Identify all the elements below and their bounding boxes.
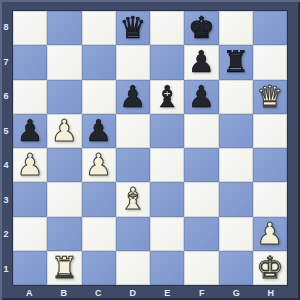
square-d6[interactable]: ♟ — [116, 80, 150, 114]
file-label-a: A — [12, 286, 47, 299]
file-label-e: E — [150, 286, 185, 299]
square-e4[interactable] — [150, 148, 184, 182]
square-f7[interactable]: ♟ — [184, 45, 218, 79]
rank-label-1: 1 — [0, 252, 12, 287]
piece-white-pawn[interactable]: ♟ — [17, 150, 44, 180]
square-d4[interactable] — [116, 148, 150, 182]
square-c7[interactable] — [82, 45, 116, 79]
piece-white-queen[interactable]: ♛ — [256, 82, 283, 112]
file-label-c: C — [81, 286, 116, 299]
square-a6[interactable] — [13, 80, 47, 114]
piece-black-pawn[interactable]: ♟ — [188, 47, 215, 77]
square-h7[interactable] — [253, 45, 287, 79]
file-label-g: G — [219, 286, 254, 299]
piece-white-pawn[interactable]: ♟ — [85, 150, 112, 180]
square-g3[interactable] — [219, 182, 253, 216]
piece-black-bishop[interactable]: ♝ — [154, 82, 181, 112]
square-e1[interactable] — [150, 251, 184, 285]
square-b4[interactable] — [47, 148, 81, 182]
piece-white-pawn[interactable]: ♟ — [256, 219, 283, 249]
square-h3[interactable] — [253, 182, 287, 216]
square-d3[interactable]: ♝ — [116, 182, 150, 216]
square-f4[interactable] — [184, 148, 218, 182]
square-a3[interactable] — [13, 182, 47, 216]
square-g8[interactable] — [219, 11, 253, 45]
square-d8[interactable]: ♛ — [116, 11, 150, 45]
square-c5[interactable]: ♟ — [82, 114, 116, 148]
square-b3[interactable] — [47, 182, 81, 216]
piece-black-rook[interactable]: ♜ — [222, 47, 249, 77]
square-f1[interactable] — [184, 251, 218, 285]
rank-label-5: 5 — [0, 114, 12, 149]
square-h4[interactable] — [253, 148, 287, 182]
piece-black-pawn[interactable]: ♟ — [119, 82, 146, 112]
rank-label-3: 3 — [0, 183, 12, 218]
square-h8[interactable] — [253, 11, 287, 45]
square-d2[interactable] — [116, 217, 150, 251]
square-h2[interactable]: ♟ — [253, 217, 287, 251]
square-f2[interactable] — [184, 217, 218, 251]
square-a8[interactable] — [13, 11, 47, 45]
square-a2[interactable] — [13, 217, 47, 251]
square-b5[interactable]: ♟ — [47, 114, 81, 148]
square-h5[interactable] — [253, 114, 287, 148]
piece-black-queen[interactable]: ♛ — [119, 13, 146, 43]
square-f3[interactable] — [184, 182, 218, 216]
square-c3[interactable] — [82, 182, 116, 216]
square-g2[interactable] — [219, 217, 253, 251]
square-a4[interactable]: ♟ — [13, 148, 47, 182]
rank-label-7: 7 — [0, 45, 12, 80]
square-g4[interactable] — [219, 148, 253, 182]
file-label-f: F — [185, 286, 220, 299]
square-d1[interactable] — [116, 251, 150, 285]
piece-black-pawn[interactable]: ♟ — [188, 82, 215, 112]
piece-black-king[interactable]: ♚ — [188, 13, 215, 43]
piece-white-king[interactable]: ♚ — [256, 253, 283, 283]
chess-board: ♛♚♟♜♟♝♟♛♟♟♟♟♟♝♟♜♚ — [12, 10, 288, 286]
file-label-h: H — [254, 286, 289, 299]
square-d7[interactable] — [116, 45, 150, 79]
square-e7[interactable] — [150, 45, 184, 79]
square-c4[interactable]: ♟ — [82, 148, 116, 182]
piece-white-bishop[interactable]: ♝ — [119, 184, 146, 214]
square-d5[interactable] — [116, 114, 150, 148]
square-e8[interactable] — [150, 11, 184, 45]
square-e3[interactable] — [150, 182, 184, 216]
square-b6[interactable] — [47, 80, 81, 114]
square-g5[interactable] — [219, 114, 253, 148]
square-c2[interactable] — [82, 217, 116, 251]
piece-black-pawn[interactable]: ♟ — [85, 116, 112, 146]
square-a7[interactable] — [13, 45, 47, 79]
square-f6[interactable]: ♟ — [184, 80, 218, 114]
piece-white-rook[interactable]: ♜ — [51, 253, 78, 283]
file-label-b: B — [47, 286, 82, 299]
piece-white-pawn[interactable]: ♟ — [51, 116, 78, 146]
square-g7[interactable]: ♜ — [219, 45, 253, 79]
square-a1[interactable] — [13, 251, 47, 285]
square-b8[interactable] — [47, 11, 81, 45]
square-b7[interactable] — [47, 45, 81, 79]
rank-label-2: 2 — [0, 217, 12, 252]
square-e5[interactable] — [150, 114, 184, 148]
square-g6[interactable] — [219, 80, 253, 114]
rank-label-8: 8 — [0, 10, 12, 45]
square-b1[interactable]: ♜ — [47, 251, 81, 285]
square-e6[interactable]: ♝ — [150, 80, 184, 114]
square-c8[interactable] — [82, 11, 116, 45]
square-a5[interactable]: ♟ — [13, 114, 47, 148]
square-h1[interactable]: ♚ — [253, 251, 287, 285]
rank-label-6: 6 — [0, 79, 12, 114]
square-f5[interactable] — [184, 114, 218, 148]
file-labels: ABCDEFGH — [12, 286, 288, 299]
square-h6[interactable]: ♛ — [253, 80, 287, 114]
square-b2[interactable] — [47, 217, 81, 251]
file-label-d: D — [116, 286, 151, 299]
square-f8[interactable]: ♚ — [184, 11, 218, 45]
rank-labels: 87654321 — [0, 10, 12, 286]
square-g1[interactable] — [219, 251, 253, 285]
square-e2[interactable] — [150, 217, 184, 251]
rank-label-4: 4 — [0, 148, 12, 183]
square-c6[interactable] — [82, 80, 116, 114]
chess-board-frame: 87654321 ABCDEFGH ♛♚♟♜♟♝♟♛♟♟♟♟♟♝♟♜♚ — [0, 0, 300, 300]
square-c1[interactable] — [82, 251, 116, 285]
piece-black-pawn[interactable]: ♟ — [17, 116, 44, 146]
